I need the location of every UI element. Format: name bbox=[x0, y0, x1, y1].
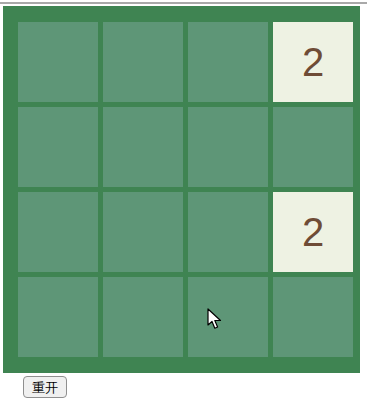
board-cell bbox=[188, 22, 268, 102]
page: 22 重开 bbox=[0, 0, 367, 400]
board-cell bbox=[273, 277, 353, 357]
board-cell bbox=[18, 192, 98, 272]
board-cell bbox=[103, 277, 183, 357]
board-cell bbox=[103, 107, 183, 187]
board-cell bbox=[188, 277, 268, 357]
board-cell bbox=[18, 107, 98, 187]
top-divider bbox=[0, 2, 367, 4]
board-cell bbox=[18, 277, 98, 357]
game-board[interactable]: 22 bbox=[3, 6, 360, 373]
board-cell bbox=[18, 22, 98, 102]
board-cell bbox=[103, 192, 183, 272]
board-cell bbox=[188, 107, 268, 187]
tile-2: 2 bbox=[273, 22, 353, 102]
tile-2: 2 bbox=[273, 192, 353, 272]
restart-button[interactable]: 重开 bbox=[23, 376, 67, 398]
board-cell bbox=[273, 107, 353, 187]
board-cell bbox=[103, 22, 183, 102]
board-cell bbox=[188, 192, 268, 272]
